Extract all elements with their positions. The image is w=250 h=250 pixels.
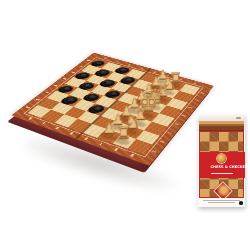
checker-piece bbox=[84, 92, 101, 101]
brand-dot-icon bbox=[239, 201, 242, 204]
age-mark bbox=[236, 117, 241, 119]
pawn-glyph: ♟ bbox=[103, 122, 115, 136]
box-photo-strip bbox=[198, 121, 245, 131]
product-box: CHESS & CHECKERS bbox=[198, 114, 245, 207]
checker-piece bbox=[91, 59, 106, 66]
box-tagline bbox=[211, 173, 233, 174]
fine-print bbox=[203, 200, 240, 201]
box-red-band: CHESS & CHECKERS bbox=[199, 152, 245, 178]
checker-piece bbox=[121, 76, 137, 84]
box-title: CHESS & CHECKERS bbox=[210, 165, 233, 169]
checker-piece bbox=[96, 69, 112, 77]
board-scene: ♟♜♟♞♟♝♟♛♟♚♟♝♟♞♟♜ bbox=[43, 26, 191, 174]
brand-logo-icon bbox=[217, 154, 226, 163]
checker-piece bbox=[62, 95, 80, 104]
checker-piece bbox=[89, 104, 107, 114]
box-lid bbox=[198, 114, 245, 121]
checker-piece bbox=[101, 79, 117, 87]
checker-piece bbox=[58, 84, 75, 93]
checker-piece bbox=[116, 66, 132, 74]
box-face: CHESS & CHECKERS bbox=[199, 131, 244, 198]
product-photo: ♟♜♟♞♟♝♟♛♟♚♟♝♟♞♟♜ CHESS & CHECKERS bbox=[0, 0, 250, 250]
box-bottom-strip bbox=[198, 198, 245, 207]
checker-piece bbox=[76, 71, 92, 79]
rook-glyph: ♜ bbox=[117, 125, 132, 141]
checker-piece bbox=[80, 82, 97, 91]
fine-print bbox=[208, 202, 235, 203]
checker-piece bbox=[106, 89, 123, 98]
